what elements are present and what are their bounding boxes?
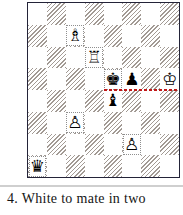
piece-white-king: ♔: [162, 71, 177, 88]
square-c2: [66, 134, 85, 156]
square-c4: [66, 90, 85, 112]
square-b5: [47, 68, 66, 90]
square-c6: [66, 47, 85, 69]
square-h7: [160, 25, 179, 47]
square-f4: [122, 90, 141, 112]
square-h6: [160, 47, 179, 69]
square-g1: [141, 155, 160, 177]
square-d3: [85, 112, 104, 134]
square-d8: [85, 3, 104, 25]
square-a1: ♛: [28, 155, 47, 177]
square-h4: [160, 90, 179, 112]
square-f8: [122, 3, 141, 25]
square-f2: ♙: [122, 134, 141, 156]
square-d4: [85, 90, 104, 112]
piece-black-queen: ♛: [30, 158, 45, 175]
square-f7: [122, 25, 141, 47]
square-a6: [28, 47, 47, 69]
square-h5: ♔: [160, 68, 179, 90]
square-d7: [85, 25, 104, 47]
square-f3: [122, 112, 141, 134]
square-e8: [104, 3, 123, 25]
piece-white-pawn: ♙: [124, 136, 139, 153]
square-f5: ♟: [122, 68, 141, 90]
square-c5: [66, 68, 85, 90]
square-e6: [104, 47, 123, 69]
piece-tile: ♖: [85, 47, 103, 68]
square-b7: [47, 25, 66, 47]
square-g6: [141, 47, 160, 69]
square-g4: [141, 90, 160, 112]
square-h1: [160, 155, 179, 177]
square-b6: [47, 47, 66, 69]
square-g7: [141, 25, 160, 47]
square-a8: [28, 3, 47, 25]
square-e4: ♝: [104, 90, 123, 112]
square-a4: [28, 90, 47, 112]
square-b4: [47, 90, 66, 112]
square-e3: [104, 112, 123, 134]
square-a5: [28, 68, 47, 90]
square-f1: [122, 155, 141, 177]
piece-black-king: ♚: [105, 71, 120, 88]
square-d1: [85, 155, 104, 177]
square-h8: [160, 3, 179, 25]
piece-tile: ♚: [104, 69, 122, 90]
caption-divider: [0, 185, 183, 187]
square-d6: ♖: [85, 47, 104, 69]
square-e2: [104, 134, 123, 156]
square-a7: [28, 25, 47, 47]
square-a2: [28, 134, 47, 156]
diagram-caption: 4. White to mate in two: [7, 191, 146, 207]
piece-black-pawn: ♟: [124, 71, 139, 88]
square-f6: [122, 47, 141, 69]
square-g5: [141, 68, 160, 90]
piece-white-pawn: ♙: [68, 114, 83, 131]
square-h3: [160, 112, 179, 134]
square-c7: ♗: [66, 25, 85, 47]
piece-tile: ♛: [29, 156, 47, 177]
piece-white-bishop: ♗: [68, 27, 83, 44]
square-c3: ♙: [66, 112, 85, 134]
square-d5: [85, 68, 104, 90]
piece-tile: ♙: [123, 134, 141, 155]
square-b3: [47, 112, 66, 134]
square-b1: [47, 155, 66, 177]
square-h2: [160, 134, 179, 156]
square-g8: [141, 3, 160, 25]
piece-tile: ♗: [66, 25, 84, 46]
square-b2: [47, 134, 66, 156]
square-d2: [85, 134, 104, 156]
red-underline-annotation: [104, 89, 180, 91]
square-c8: [66, 3, 85, 25]
square-e1: [104, 155, 123, 177]
square-b8: [47, 3, 66, 25]
square-e7: [104, 25, 123, 47]
piece-white-rook: ♖: [86, 49, 101, 66]
square-g3: [141, 112, 160, 134]
chess-board: ♗♖♚♟♔♝♙♙♛: [27, 2, 180, 178]
square-a3: [28, 112, 47, 134]
piece-black-bishop: ♝: [105, 92, 120, 109]
square-c1: [66, 155, 85, 177]
piece-tile: ♙: [66, 112, 84, 133]
square-g2: [141, 134, 160, 156]
square-e5: ♚: [104, 68, 123, 90]
